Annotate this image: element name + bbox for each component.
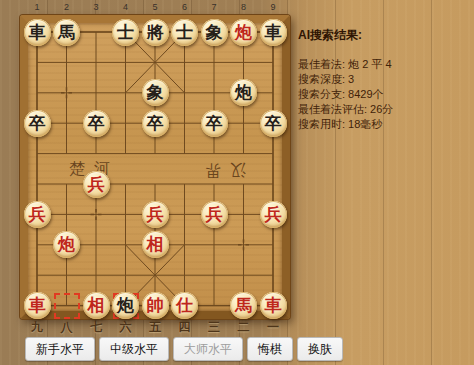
red-piece-仕[interactable]: 仕 [171, 292, 198, 319]
ai-stats-list: 最佳着法: 炮 2 平 4搜索深度: 3搜索分支: 8429个最佳着法评估: 2… [298, 57, 470, 132]
toolbar: 新手水平 中级水平 大师水平 悔棋 换肤 [25, 337, 343, 361]
black-piece-將[interactable]: 將 [142, 19, 169, 46]
black-piece-炮[interactable]: 炮 [112, 292, 139, 319]
intermediate-level-button[interactable]: 中级水平 [99, 337, 169, 361]
column-label-bottom: 八 [57, 319, 77, 336]
ai-stat-row: 最佳着法评估: 26分 [298, 102, 470, 117]
black-piece-卒[interactable]: 卒 [142, 110, 169, 137]
ai-stat-row: 最佳着法: 炮 2 平 4 [298, 57, 470, 72]
column-label-bottom: 二 [234, 319, 254, 336]
column-label-top: 6 [175, 2, 195, 12]
column-label-top: 7 [204, 2, 224, 12]
column-label-top: 3 [86, 2, 106, 12]
red-piece-馬[interactable]: 馬 [230, 292, 257, 319]
black-piece-象[interactable]: 象 [201, 19, 228, 46]
river-label-right: 汉界 [188, 159, 254, 180]
red-piece-帥[interactable]: 帥 [142, 292, 169, 319]
red-piece-兵[interactable]: 兵 [201, 201, 228, 228]
black-piece-車[interactable]: 車 [24, 19, 51, 46]
column-label-top: 1 [27, 2, 47, 12]
red-piece-炮[interactable]: 炮 [230, 19, 257, 46]
column-label-bottom: 七 [86, 319, 106, 336]
black-piece-象[interactable]: 象 [142, 79, 169, 106]
column-label-bottom: 五 [145, 319, 165, 336]
ai-stat-row: 搜索深度: 3 [298, 72, 470, 87]
column-label-bottom: 四 [175, 319, 195, 336]
red-piece-兵[interactable]: 兵 [142, 201, 169, 228]
change-skin-button[interactable]: 换肤 [297, 337, 343, 361]
ai-panel-title: AI搜索结果: [298, 27, 470, 44]
red-piece-兵[interactable]: 兵 [260, 201, 287, 228]
xiangqi-app: 楚河 汉界 車馬士將士象炮車象炮卒卒卒卒卒兵兵兵兵兵炮相車相炮帥仕馬車 AI搜索… [0, 0, 474, 365]
black-piece-馬[interactable]: 馬 [53, 19, 80, 46]
black-piece-車[interactable]: 車 [260, 19, 287, 46]
ai-stat-row: 搜索分支: 8429个 [298, 87, 470, 102]
column-label-bottom: 三 [204, 319, 224, 336]
column-label-top: 5 [145, 2, 165, 12]
red-piece-兵[interactable]: 兵 [83, 171, 110, 198]
column-label-bottom: 九 [27, 319, 47, 336]
column-label-top: 2 [57, 2, 77, 12]
black-piece-士[interactable]: 士 [171, 19, 198, 46]
column-label-top: 9 [263, 2, 283, 12]
red-piece-相[interactable]: 相 [83, 292, 110, 319]
red-piece-相[interactable]: 相 [142, 231, 169, 258]
red-piece-兵[interactable]: 兵 [24, 201, 51, 228]
black-piece-卒[interactable]: 卒 [83, 110, 110, 137]
black-piece-卒[interactable]: 卒 [24, 110, 51, 137]
undo-move-button[interactable]: 悔棋 [247, 337, 293, 361]
red-piece-車[interactable]: 車 [24, 292, 51, 319]
column-label-top: 8 [234, 2, 254, 12]
last-move-from-marker [54, 293, 80, 319]
master-level-button[interactable]: 大师水平 [173, 337, 243, 361]
black-piece-士[interactable]: 士 [112, 19, 139, 46]
ai-stat-row: 搜索用时: 18毫秒 [298, 117, 470, 132]
column-label-top: 4 [116, 2, 136, 12]
black-piece-卒[interactable]: 卒 [260, 110, 287, 137]
column-label-bottom: 一 [263, 319, 283, 336]
ai-search-panel: AI搜索结果: 最佳着法: 炮 2 平 4搜索深度: 3搜索分支: 8429个最… [298, 27, 470, 132]
xiangqi-board[interactable]: 楚河 汉界 車馬士將士象炮車象炮卒卒卒卒卒兵兵兵兵兵炮相車相炮帥仕馬車 [20, 15, 290, 319]
red-piece-車[interactable]: 車 [260, 292, 287, 319]
column-label-bottom: 六 [116, 319, 136, 336]
black-piece-卒[interactable]: 卒 [201, 110, 228, 137]
beginner-level-button[interactable]: 新手水平 [25, 337, 95, 361]
